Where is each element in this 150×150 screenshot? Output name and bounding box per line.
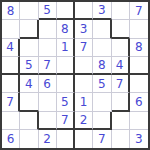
cell-r6c2[interactable] <box>20 93 38 111</box>
given-digit: 6 <box>7 133 15 145</box>
cell-r5c5[interactable] <box>75 75 93 93</box>
cell-r2c3[interactable] <box>39 20 57 38</box>
cell-r8c4[interactable] <box>57 130 75 148</box>
given-digit: 3 <box>135 133 143 145</box>
given-digit: 1 <box>61 41 69 53</box>
cell-r1c2[interactable] <box>20 2 38 20</box>
cell-r3c2[interactable] <box>20 39 38 57</box>
cell-r3c7[interactable] <box>112 39 130 57</box>
given-digit: 8 <box>135 41 143 53</box>
cell-r7c1[interactable] <box>2 112 20 130</box>
given-digit: 4 <box>25 78 33 90</box>
cell-r5c8[interactable] <box>130 75 148 93</box>
cell-r1c1[interactable]: 8 <box>2 2 20 20</box>
cell-r8c1[interactable]: 6 <box>2 130 20 148</box>
given-digit: 7 <box>98 133 106 145</box>
given-digit: 5 <box>43 4 51 16</box>
given-digit: 5 <box>98 78 106 90</box>
cell-r1c5[interactable] <box>75 2 93 20</box>
cell-r1c4[interactable] <box>57 2 75 20</box>
given-digit: 2 <box>43 133 51 145</box>
given-digit: 7 <box>116 78 124 90</box>
cell-r4c4[interactable] <box>57 57 75 75</box>
cell-r2c8[interactable] <box>130 20 148 38</box>
cell-r5c4[interactable] <box>57 75 75 93</box>
cell-r8c8[interactable]: 3 <box>130 130 148 148</box>
cell-r6c1[interactable]: 7 <box>2 93 20 111</box>
cell-r7c4[interactable]: 7 <box>57 112 75 130</box>
cell-r7c5[interactable]: 2 <box>75 112 93 130</box>
cell-r8c3[interactable]: 2 <box>39 130 57 148</box>
cell-r7c2[interactable] <box>20 112 38 130</box>
cell-r4c7[interactable]: 4 <box>112 57 130 75</box>
cell-r3c8[interactable]: 8 <box>130 39 148 57</box>
cell-r4c5[interactable] <box>75 57 93 75</box>
cell-r2c4[interactable]: 8 <box>57 20 75 38</box>
given-digit: 4 <box>116 59 124 71</box>
cell-r6c7[interactable] <box>112 93 130 111</box>
cell-r4c3[interactable]: 7 <box>39 57 57 75</box>
given-digit: 3 <box>98 4 106 16</box>
cell-r4c1[interactable] <box>2 57 20 75</box>
cell-r8c5[interactable] <box>75 130 93 148</box>
cell-r5c6[interactable]: 5 <box>93 75 111 93</box>
given-digit: 7 <box>6 96 14 108</box>
given-digit: 5 <box>61 96 69 108</box>
given-digit: 1 <box>80 96 88 108</box>
cell-r1c6[interactable]: 3 <box>93 2 111 20</box>
cell-r1c8[interactable]: 7 <box>130 2 148 20</box>
cell-r6c8[interactable]: 6 <box>130 93 148 111</box>
cell-r5c3[interactable]: 6 <box>39 75 57 93</box>
cell-r8c7[interactable] <box>112 130 130 148</box>
given-digit: 2 <box>80 114 88 126</box>
cell-r3c5[interactable]: 7 <box>75 39 93 57</box>
cell-r3c1[interactable]: 4 <box>2 39 20 57</box>
cell-r3c6[interactable] <box>93 39 111 57</box>
cell-r4c2[interactable]: 5 <box>20 57 38 75</box>
given-digit: 7 <box>43 59 51 71</box>
cell-r6c3[interactable] <box>39 93 57 111</box>
cell-r2c6[interactable] <box>93 20 111 38</box>
cell-r6c5[interactable]: 1 <box>75 93 93 111</box>
cell-r5c7[interactable]: 7 <box>112 75 130 93</box>
cell-r2c2[interactable] <box>20 20 38 38</box>
given-digit: 7 <box>135 5 143 17</box>
cell-r2c7[interactable] <box>112 20 130 38</box>
cell-r3c4[interactable]: 1 <box>57 39 75 57</box>
sudoku-board: 8537834178578446577516726273 <box>0 0 150 150</box>
given-digit: 7 <box>61 114 69 126</box>
given-digit: 3 <box>80 23 88 35</box>
given-digit: 4 <box>6 41 14 53</box>
cell-r1c7[interactable] <box>112 2 130 20</box>
cell-r6c4[interactable]: 5 <box>57 93 75 111</box>
cell-r3c3[interactable] <box>39 39 57 57</box>
given-digit: 8 <box>98 59 106 71</box>
cell-r8c2[interactable] <box>20 130 38 148</box>
cell-r5c1[interactable] <box>2 75 20 93</box>
cell-r4c6[interactable]: 8 <box>93 57 111 75</box>
cell-r4c8[interactable] <box>130 57 148 75</box>
cell-r8c6[interactable]: 7 <box>93 130 111 148</box>
cell-r7c7[interactable] <box>112 112 130 130</box>
given-digit: 8 <box>7 5 15 17</box>
given-digit: 7 <box>80 41 88 53</box>
given-digit: 8 <box>61 23 69 35</box>
cell-r7c6[interactable] <box>93 112 111 130</box>
given-digit: 6 <box>135 96 143 108</box>
given-digit: 6 <box>43 78 51 90</box>
cell-r2c1[interactable] <box>2 20 20 38</box>
cell-r1c3[interactable]: 5 <box>39 2 57 20</box>
cell-r6c6[interactable] <box>93 93 111 111</box>
cell-r2c5[interactable]: 3 <box>75 20 93 38</box>
cell-r7c8[interactable] <box>130 112 148 130</box>
given-digit: 5 <box>25 59 33 71</box>
cell-r7c3[interactable] <box>39 112 57 130</box>
cell-r5c2[interactable]: 4 <box>20 75 38 93</box>
